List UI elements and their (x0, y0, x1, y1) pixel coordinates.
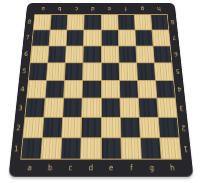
square-f2[interactable] (120, 118, 139, 137)
square-a5[interactable] (29, 63, 48, 80)
file-label-top-a: a (34, 3, 51, 14)
square-d6[interactable] (84, 46, 101, 62)
square-d1[interactable] (81, 138, 100, 158)
file-label-top-e: e (101, 3, 118, 14)
square-d7[interactable] (84, 30, 101, 45)
square-f7[interactable] (118, 30, 135, 45)
square-g8[interactable] (135, 15, 152, 30)
square-d5[interactable] (83, 63, 100, 80)
square-f5[interactable] (119, 63, 137, 80)
square-g5[interactable] (137, 63, 155, 80)
square-c7[interactable] (67, 30, 84, 45)
file-label-bottom-g: g (141, 160, 162, 177)
rank-label-right-7: 7 (169, 30, 179, 46)
square-d8[interactable] (84, 15, 100, 30)
square-h4[interactable] (156, 80, 175, 97)
square-g2[interactable] (140, 118, 160, 137)
square-d3[interactable] (82, 99, 100, 117)
square-f8[interactable] (118, 15, 135, 30)
square-b7[interactable] (49, 30, 66, 45)
square-b5[interactable] (47, 63, 65, 80)
square-e2[interactable] (101, 118, 120, 137)
file-label-bottom-c: c (60, 160, 81, 177)
square-b4[interactable] (46, 80, 65, 97)
square-h8[interactable] (151, 15, 168, 30)
square-b6[interactable] (48, 46, 66, 62)
rank-label-right-4: 4 (174, 80, 185, 98)
square-h6[interactable] (153, 46, 171, 62)
file-label-bottom-d: d (80, 160, 101, 177)
square-d4[interactable] (83, 80, 101, 97)
square-f4[interactable] (120, 80, 138, 97)
square-e8[interactable] (101, 15, 117, 30)
square-h2[interactable] (159, 118, 179, 137)
file-label-top-d: d (84, 3, 101, 14)
square-c8[interactable] (68, 15, 85, 30)
square-a6[interactable] (31, 46, 49, 62)
chess-board: abcdefgh abcdefgh 87654321 87654321 (8, 3, 193, 177)
square-c1[interactable] (61, 138, 81, 158)
file-label-top-c: c (68, 3, 85, 14)
square-c2[interactable] (62, 118, 81, 137)
square-g1[interactable] (141, 138, 161, 158)
square-e5[interactable] (101, 63, 118, 80)
rank-label-right-6: 6 (171, 46, 181, 63)
square-a4[interactable] (27, 80, 46, 97)
square-g7[interactable] (135, 30, 152, 45)
rank-label-right-3: 3 (176, 98, 187, 117)
square-b1[interactable] (41, 138, 61, 158)
square-c3[interactable] (63, 99, 82, 117)
file-labels-top: abcdefgh (34, 3, 167, 14)
square-d2[interactable] (82, 118, 101, 137)
square-h5[interactable] (155, 63, 174, 80)
square-e6[interactable] (101, 46, 118, 62)
square-g4[interactable] (138, 80, 157, 97)
square-f1[interactable] (121, 138, 141, 158)
square-h3[interactable] (157, 99, 177, 117)
square-a8[interactable] (34, 15, 51, 30)
rank-label-right-5: 5 (172, 62, 183, 80)
file-label-bottom-b: b (39, 160, 60, 177)
square-f6[interactable] (119, 46, 136, 62)
square-h7[interactable] (152, 30, 170, 45)
file-label-bottom-a: a (19, 160, 41, 177)
square-a2[interactable] (23, 118, 43, 137)
playing-area (20, 14, 181, 159)
file-label-bottom-h: h (162, 160, 184, 177)
square-h1[interactable] (160, 138, 181, 158)
file-label-bottom-f: f (121, 160, 142, 177)
square-e3[interactable] (101, 99, 119, 117)
square-b3[interactable] (44, 99, 63, 117)
square-c5[interactable] (65, 63, 83, 80)
square-e1[interactable] (101, 138, 120, 158)
square-b8[interactable] (51, 15, 68, 30)
square-c4[interactable] (64, 80, 82, 97)
square-b2[interactable] (43, 118, 63, 137)
file-label-top-g: g (134, 3, 151, 14)
square-e7[interactable] (101, 30, 118, 45)
square-f3[interactable] (120, 99, 139, 117)
square-g3[interactable] (139, 99, 158, 117)
file-label-top-f: f (117, 3, 134, 14)
rank-label-right-8: 8 (168, 14, 178, 29)
file-label-top-h: h (150, 3, 167, 14)
file-label-bottom-e: e (101, 160, 122, 177)
square-g6[interactable] (136, 46, 154, 62)
square-e4[interactable] (101, 80, 119, 97)
file-label-top-b: b (51, 3, 68, 14)
square-c6[interactable] (66, 46, 83, 62)
square-a7[interactable] (32, 30, 50, 45)
square-a1[interactable] (21, 138, 42, 158)
file-labels-bottom: abcdefgh (19, 160, 184, 177)
board-photo: abcdefgh abcdefgh 87654321 87654321 (0, 0, 200, 183)
square-a3[interactable] (25, 99, 45, 117)
